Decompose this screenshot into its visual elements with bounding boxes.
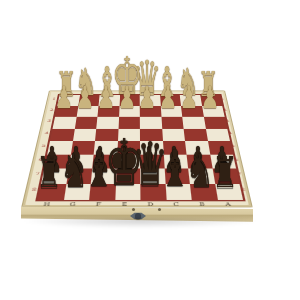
square-f4[interactable] xyxy=(95,128,118,141)
square-e2[interactable] xyxy=(119,106,140,117)
square-d4[interactable] xyxy=(140,128,163,141)
square-h6[interactable] xyxy=(44,154,70,168)
square-g1[interactable] xyxy=(78,95,100,106)
square-g8[interactable] xyxy=(63,184,90,200)
square-f5[interactable] xyxy=(94,141,118,154)
board-shadow xyxy=(24,218,256,228)
square-g7[interactable] xyxy=(66,169,92,184)
square-c7[interactable] xyxy=(164,169,190,184)
square-g6[interactable] xyxy=(68,154,93,168)
square-g2[interactable] xyxy=(76,106,98,117)
file-label-c: C xyxy=(163,201,190,209)
product-photo: HGFEDCBA 1122334455667788 ♜♞♝♛♚♝♞♜♟♟♟♟♟♟… xyxy=(0,0,300,300)
square-d6[interactable] xyxy=(140,154,164,168)
square-e3[interactable] xyxy=(118,117,140,129)
square-c2[interactable] xyxy=(160,106,182,117)
square-b6[interactable] xyxy=(187,154,213,168)
square-d5[interactable] xyxy=(140,141,163,154)
square-d1[interactable] xyxy=(140,95,161,106)
rank-label-6-right: 6 xyxy=(230,152,243,166)
square-b1[interactable] xyxy=(180,95,202,106)
rank-label-1-right: 1 xyxy=(217,94,227,104)
square-f6[interactable] xyxy=(92,154,117,168)
square-e8[interactable] xyxy=(115,184,141,200)
playing-field xyxy=(38,95,243,200)
square-e4[interactable] xyxy=(118,128,141,141)
square-b8[interactable] xyxy=(190,184,218,200)
rank-label-8-right: 8 xyxy=(236,182,250,198)
square-e7[interactable] xyxy=(116,169,141,184)
square-b4[interactable] xyxy=(184,128,208,141)
square-f3[interactable] xyxy=(96,117,118,129)
rank-label-7-right: 7 xyxy=(233,167,246,182)
square-b5[interactable] xyxy=(185,141,210,154)
square-c3[interactable] xyxy=(161,117,184,129)
square-g3[interactable] xyxy=(74,117,97,129)
square-c1[interactable] xyxy=(160,95,181,106)
square-e5[interactable] xyxy=(117,141,140,154)
square-e1[interactable] xyxy=(119,95,140,106)
square-c8[interactable] xyxy=(165,184,192,200)
square-c4[interactable] xyxy=(162,128,185,141)
square-f2[interactable] xyxy=(97,106,119,117)
square-h4[interactable] xyxy=(50,128,74,141)
square-c5[interactable] xyxy=(163,141,187,154)
square-h1[interactable] xyxy=(57,95,79,106)
rank-label-2-right: 2 xyxy=(220,104,231,115)
rank-label-3-right: 3 xyxy=(222,115,233,127)
file-label-a: A xyxy=(214,201,242,209)
square-h5[interactable] xyxy=(47,141,72,154)
chess-board: HGFEDCBA 1122334455667788 xyxy=(21,91,253,208)
square-c6[interactable] xyxy=(163,154,188,168)
square-f8[interactable] xyxy=(89,184,115,200)
square-g4[interactable] xyxy=(73,128,97,141)
file-label-b: B xyxy=(188,201,216,209)
board-paper-margin: HGFEDCBA 1122334455667788 xyxy=(25,92,249,205)
square-d3[interactable] xyxy=(140,117,162,129)
rank-label-4-right: 4 xyxy=(224,127,236,139)
square-h3[interactable] xyxy=(53,117,77,129)
square-e6[interactable] xyxy=(116,154,140,168)
rank-label-5-right: 5 xyxy=(227,139,239,152)
file-label-d: D xyxy=(137,201,164,209)
square-h8[interactable] xyxy=(38,184,66,200)
square-h7[interactable] xyxy=(41,169,68,184)
square-d2[interactable] xyxy=(140,106,161,117)
square-b2[interactable] xyxy=(181,106,203,117)
square-b7[interactable] xyxy=(188,169,215,184)
hinge-screw-right xyxy=(158,208,161,211)
square-f1[interactable] xyxy=(99,95,120,106)
square-d7[interactable] xyxy=(140,169,165,184)
square-b3[interactable] xyxy=(182,117,205,129)
square-d8[interactable] xyxy=(140,184,166,200)
square-g5[interactable] xyxy=(70,141,95,154)
square-h2[interactable] xyxy=(55,106,78,117)
square-f7[interactable] xyxy=(91,169,116,184)
